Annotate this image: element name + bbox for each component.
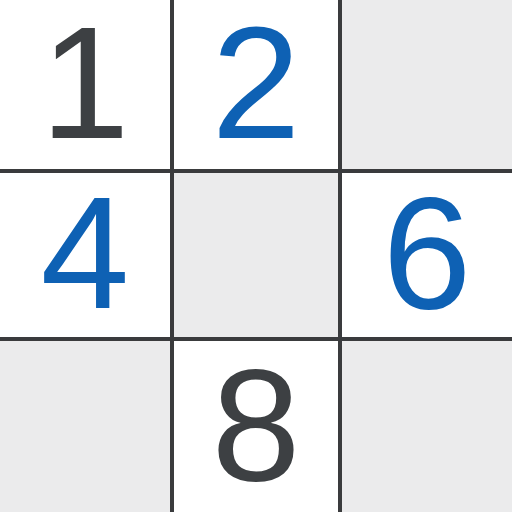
sudoku-cell[interactable]: 2 <box>174 0 338 169</box>
sudoku-board: 1 2 4 6 8 <box>0 0 512 512</box>
sudoku-cell[interactable]: 6 <box>342 173 512 337</box>
sudoku-cell[interactable]: 4 <box>0 173 170 337</box>
sudoku-cell[interactable] <box>0 341 170 512</box>
sudoku-cell[interactable] <box>342 341 512 512</box>
sudoku-cell[interactable]: 1 <box>0 0 170 169</box>
cell-digit: 2 <box>212 3 301 163</box>
cell-digit: 8 <box>212 345 301 505</box>
cell-digit: 1 <box>41 3 130 163</box>
sudoku-cell[interactable] <box>174 173 338 337</box>
sudoku-cell[interactable]: 8 <box>174 341 338 512</box>
cell-digit: 6 <box>383 173 472 333</box>
cell-digit: 4 <box>41 173 130 333</box>
sudoku-cell[interactable] <box>342 0 512 169</box>
